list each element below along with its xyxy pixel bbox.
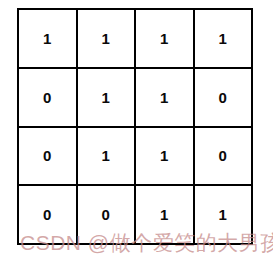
- grid-cell-r1c4: 1: [195, 10, 252, 67]
- grid-cell-r3c3: 1: [136, 128, 193, 185]
- grid-cell-r4c2: 0: [78, 186, 135, 243]
- grid-cell-r3c4: 0: [195, 128, 252, 185]
- grid-cell-r4c4: 1: [195, 186, 252, 243]
- screenshot-canvas: 1 1 1 1 0 1 1 0 0 1 1 0 0 0 1 1 CSDN @做个…: [0, 0, 273, 266]
- binary-grid-board: 1 1 1 1 0 1 1 0 0 1 1 0 0 0 1 1: [17, 8, 253, 245]
- grid-cell-r3c2: 1: [78, 128, 135, 185]
- grid-cell-r1c2: 1: [78, 10, 135, 67]
- grid-cell-r4c1: 0: [19, 186, 76, 243]
- grid-cell-r3c1: 0: [19, 128, 76, 185]
- grid-cell-r1c1: 1: [19, 10, 76, 67]
- grid-cell-r2c2: 1: [78, 69, 135, 126]
- grid-cell-r2c3: 1: [136, 69, 193, 126]
- grid-cell-r2c1: 0: [19, 69, 76, 126]
- grid-cell-r4c3: 1: [136, 186, 193, 243]
- grid-cell-r2c4: 0: [195, 69, 252, 126]
- grid-cell-r1c3: 1: [136, 10, 193, 67]
